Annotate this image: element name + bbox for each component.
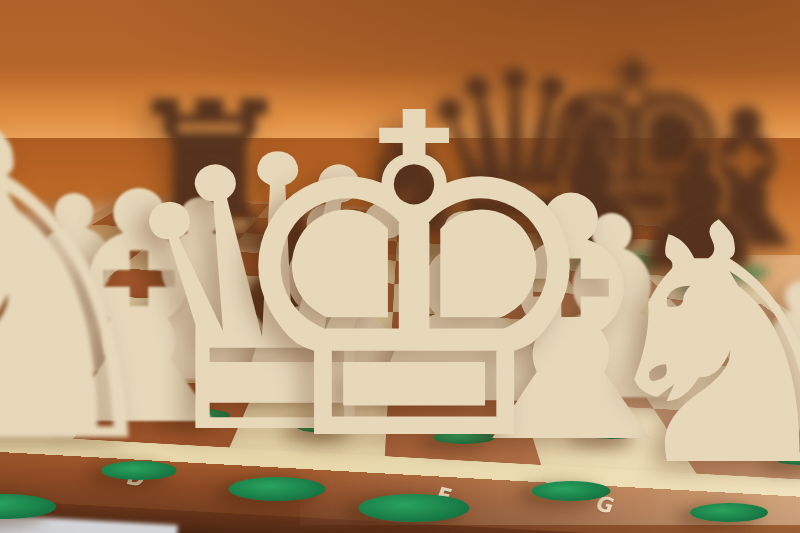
- king-glyph: ♚: [215, 58, 614, 503]
- knight-glyph: ♞: [0, 75, 198, 503]
- chess-photo-scene: CDEFG ♜♟♞♛♟♚♟♝ ♞♟♝♟♛♟♚♟♝♟♞♟: [0, 0, 800, 533]
- knight-glyph: ♞: [581, 181, 800, 512]
